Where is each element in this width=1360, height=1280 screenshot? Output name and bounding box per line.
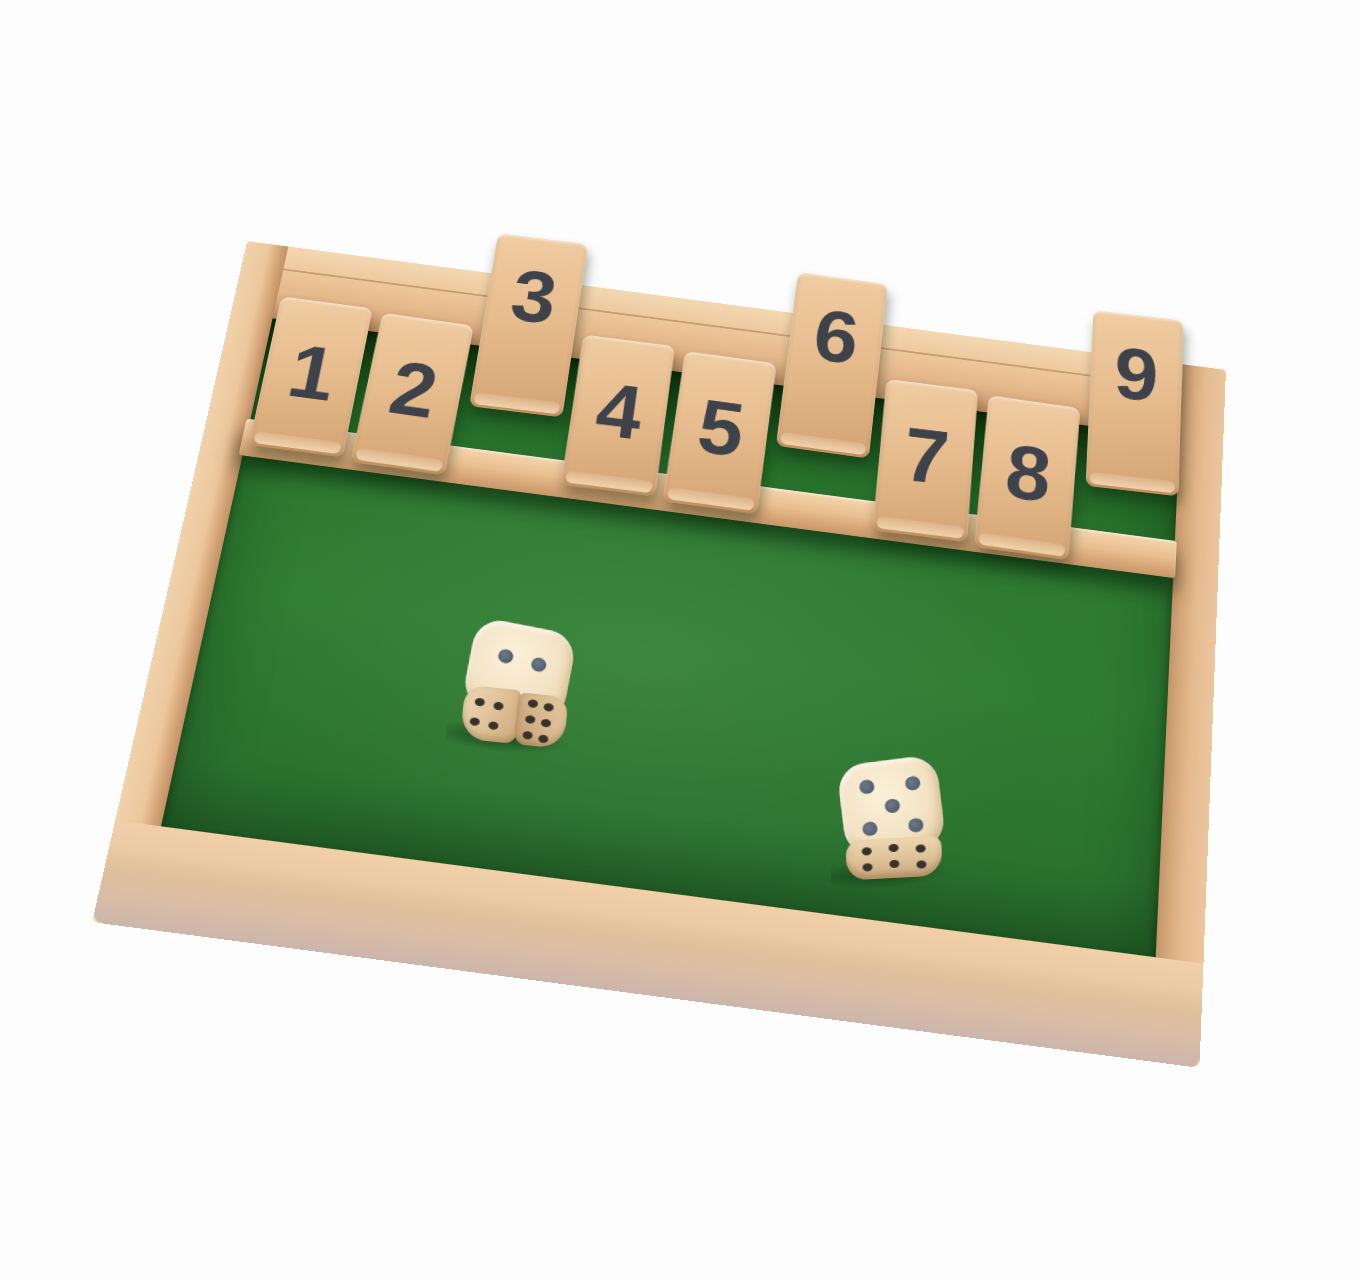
tile-9-number: 9 [1113,335,1159,413]
tile-7-number: 7 [900,416,951,497]
tile-6-number: 6 [809,297,861,375]
tile-5-number: 5 [694,388,749,469]
tile-5[interactable]: 5 [663,351,777,514]
die-1-right-face [514,692,569,749]
die-2[interactable] [835,755,949,880]
tile-7[interactable]: 7 [872,379,978,542]
tile-2[interactable]: 2 [351,313,474,475]
tile-8-number: 8 [1002,432,1053,514]
tile-3-number: 3 [506,258,561,335]
product-photo-scene: 1 2 3 4 5 6 7 8 9 [0,0,1360,1280]
die-1-left-face [460,685,521,745]
die-2-front-face [845,835,943,880]
game-box: 1 2 3 4 5 6 7 8 9 [92,241,1226,1068]
tile-6[interactable]: 6 [775,272,887,459]
tile-1-number: 1 [282,332,342,412]
tile-9[interactable]: 9 [1085,310,1183,496]
tile-8[interactable]: 8 [974,395,1080,560]
die-1[interactable] [456,616,580,749]
tile-2-number: 2 [384,349,444,430]
tile-4[interactable]: 4 [561,335,675,496]
tile-4-number: 4 [592,371,647,451]
tile-3[interactable]: 3 [469,233,588,417]
